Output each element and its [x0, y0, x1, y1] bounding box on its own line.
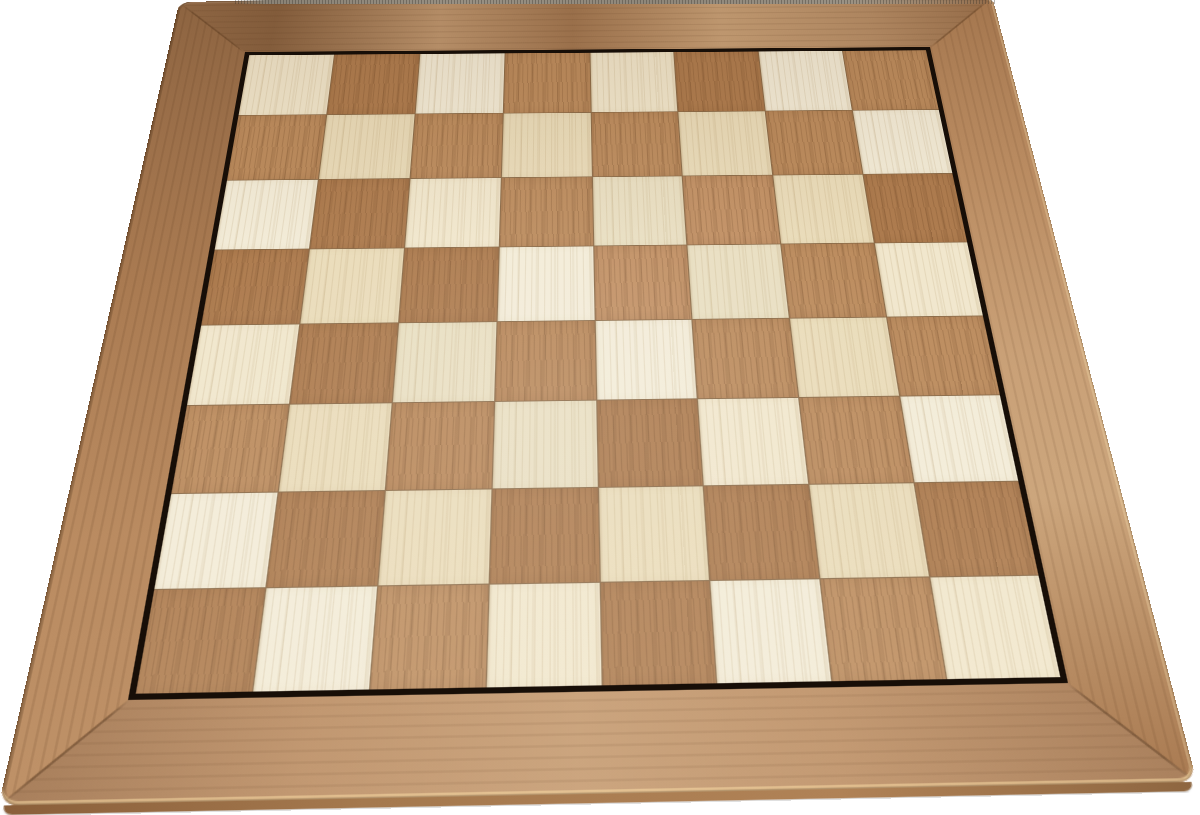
- square-b6: [310, 179, 409, 249]
- square-d6: [499, 177, 592, 246]
- square-h5: [875, 242, 983, 316]
- square-c3: [386, 402, 494, 490]
- square-g6: [773, 174, 873, 243]
- board-far-edge-shadow: [235, 0, 997, 4]
- square-d7: [501, 113, 591, 177]
- square-b5: [300, 248, 403, 323]
- square-f3: [698, 398, 808, 485]
- square-a4: [187, 324, 299, 405]
- square-e8: [590, 52, 678, 112]
- square-g3: [800, 397, 914, 484]
- square-b8: [327, 54, 419, 114]
- square-c4: [393, 322, 497, 403]
- square-e3: [597, 400, 703, 488]
- square-g4: [790, 317, 899, 397]
- square-a1: [136, 588, 265, 693]
- square-c1: [370, 585, 488, 690]
- square-h7: [853, 110, 952, 174]
- square-a5: [201, 249, 308, 324]
- square-g8: [759, 51, 852, 111]
- square-d5: [497, 246, 594, 321]
- square-f4: [693, 318, 799, 398]
- playing-area: [128, 47, 1068, 700]
- board-top-surface: [0, 0, 1197, 806]
- square-h4: [887, 316, 1000, 396]
- square-a3: [171, 405, 288, 493]
- square-b4: [290, 323, 398, 404]
- square-a7: [227, 115, 326, 180]
- square-g7: [766, 111, 862, 175]
- square-h8: [843, 50, 939, 110]
- square-f2: [704, 485, 819, 580]
- square-f1: [711, 579, 832, 683]
- square-f7: [679, 111, 773, 175]
- square-c7: [410, 113, 502, 178]
- square-f8: [675, 52, 765, 112]
- square-h3: [901, 396, 1019, 483]
- square-g2: [810, 484, 929, 579]
- square-b3: [279, 404, 392, 492]
- square-d8: [503, 53, 590, 113]
- square-f5: [688, 244, 789, 318]
- square-b1: [253, 587, 377, 692]
- square-d2: [489, 488, 599, 584]
- square-d1: [486, 583, 601, 687]
- square-h1: [931, 576, 1061, 679]
- square-h2: [915, 482, 1038, 577]
- square-c2: [378, 490, 491, 586]
- chess-board: [0, 0, 1197, 806]
- square-g1: [821, 578, 946, 682]
- square-b7: [319, 114, 415, 179]
- square-a6: [215, 180, 318, 250]
- square-d4: [495, 321, 596, 402]
- square-d3: [492, 401, 597, 489]
- squares-grid: [136, 50, 1061, 693]
- product-photo-canvas: [0, 0, 1200, 815]
- square-g5: [782, 243, 886, 317]
- square-h6: [864, 174, 967, 243]
- square-c5: [399, 247, 498, 322]
- square-e5: [594, 245, 692, 320]
- square-e4: [595, 319, 697, 400]
- square-a2: [154, 493, 277, 589]
- square-e1: [600, 581, 716, 685]
- square-a8: [239, 55, 334, 115]
- square-b2: [266, 491, 384, 587]
- square-e2: [598, 487, 709, 582]
- square-e6: [592, 176, 686, 245]
- square-c8: [415, 53, 504, 113]
- square-f6: [683, 175, 780, 244]
- square-c6: [405, 178, 501, 247]
- square-e7: [591, 112, 682, 176]
